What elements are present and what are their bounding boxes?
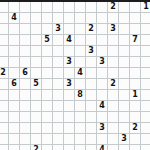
grid-cell[interactable] [129, 45, 140, 56]
grid-cell[interactable] [30, 100, 41, 111]
grid-cell[interactable] [63, 89, 74, 100]
grid-cell[interactable] [140, 78, 150, 89]
grid-cell[interactable] [118, 34, 129, 45]
grid-cell[interactable] [96, 45, 107, 56]
grid-cell[interactable] [74, 34, 85, 45]
grid-cell[interactable] [63, 1, 74, 12]
grid-cell[interactable] [0, 12, 8, 23]
clue-cell[interactable]: 2 [85, 23, 96, 34]
grid-cell[interactable] [30, 23, 41, 34]
grid-cell[interactable] [52, 122, 63, 133]
grid-cell[interactable] [74, 56, 85, 67]
grid-cell[interactable] [107, 100, 118, 111]
grid-cell[interactable] [52, 78, 63, 89]
grid-cell[interactable] [63, 12, 74, 23]
grid-cell[interactable] [41, 122, 52, 133]
grid-cell[interactable] [8, 100, 19, 111]
grid-cell[interactable] [140, 111, 150, 122]
grid-cell[interactable] [85, 56, 96, 67]
grid-cell[interactable] [118, 12, 129, 23]
grid-cell[interactable] [129, 12, 140, 23]
grid-cell[interactable] [41, 45, 52, 56]
grid-cell[interactable] [74, 12, 85, 23]
grid-cell[interactable] [96, 1, 107, 12]
grid-cell[interactable] [74, 111, 85, 122]
grid-cell[interactable] [8, 133, 19, 144]
clue-cell[interactable]: 1 [129, 89, 140, 100]
clue-cell[interactable]: 2 [107, 1, 118, 12]
grid-cell[interactable] [96, 67, 107, 78]
grid-cell[interactable] [0, 56, 8, 67]
clue-cell[interactable]: 6 [19, 67, 30, 78]
grid-cell[interactable] [129, 111, 140, 122]
grid-cell[interactable] [74, 100, 85, 111]
grid-cell[interactable] [118, 144, 129, 150]
grid-cell[interactable] [140, 67, 150, 78]
grid-cell[interactable] [85, 78, 96, 89]
grid-cell[interactable] [41, 67, 52, 78]
clue-cell[interactable]: 4 [63, 34, 74, 45]
grid-cell[interactable] [8, 1, 19, 12]
grid-cell[interactable] [129, 144, 140, 150]
grid-cell[interactable] [129, 23, 140, 34]
grid-cell[interactable] [118, 89, 129, 100]
grid-cell[interactable] [96, 89, 107, 100]
grid-cell[interactable] [118, 56, 129, 67]
grid-cell[interactable] [140, 144, 150, 150]
grid-cell[interactable] [96, 23, 107, 34]
grid-cell[interactable] [85, 12, 96, 23]
clue-cell[interactable]: 5 [30, 78, 41, 89]
grid-cell[interactable] [107, 67, 118, 78]
grid-cell[interactable] [41, 78, 52, 89]
board-top-border [0, 0, 150, 2]
grid-cell[interactable] [30, 56, 41, 67]
clue-cell[interactable]: 4 [74, 67, 85, 78]
grid-cell[interactable] [85, 122, 96, 133]
grid-cell[interactable] [41, 1, 52, 12]
grid-cell[interactable] [107, 89, 118, 100]
grid-cell[interactable] [140, 34, 150, 45]
grid-cell[interactable] [30, 133, 41, 144]
grid-cell[interactable] [52, 45, 63, 56]
grid-cell[interactable] [8, 111, 19, 122]
clue-cell[interactable]: 3 [85, 45, 96, 56]
grid-cell[interactable] [8, 23, 19, 34]
clue-cell[interactable]: 4 [96, 144, 107, 150]
grid-cell[interactable] [107, 12, 118, 23]
grid-cell[interactable] [140, 12, 150, 23]
grid-cell[interactable] [19, 1, 30, 12]
grid-cell[interactable] [118, 23, 129, 34]
grid-cell[interactable] [52, 34, 63, 45]
grid-cell[interactable] [52, 67, 63, 78]
grid-cell[interactable] [129, 56, 140, 67]
grid-cell[interactable] [0, 45, 8, 56]
clue-cell[interactable]: 4 [8, 12, 19, 23]
clue-cell[interactable]: 4 [96, 100, 107, 111]
grid-cell[interactable] [129, 100, 140, 111]
grid-cell[interactable] [30, 45, 41, 56]
grid-cell[interactable] [8, 56, 19, 67]
grid-cell[interactable] [63, 67, 74, 78]
grid-cell[interactable] [107, 144, 118, 150]
grid-cell[interactable] [52, 12, 63, 23]
grid-cell[interactable] [19, 144, 30, 150]
grid-cell[interactable] [85, 1, 96, 12]
clue-cell[interactable]: 1 [140, 1, 150, 12]
grid-cell[interactable] [30, 122, 41, 133]
clue-cell[interactable]: 2 [107, 78, 118, 89]
grid-cell[interactable] [19, 78, 30, 89]
grid-cell[interactable] [8, 144, 19, 150]
grid-cell[interactable] [63, 144, 74, 150]
grid-cell[interactable] [41, 23, 52, 34]
grid-cell[interactable] [0, 89, 8, 100]
clue-cell[interactable]: 3 [118, 133, 129, 144]
grid-cell[interactable] [140, 133, 150, 144]
grid-cell[interactable] [129, 1, 140, 12]
grid-cell[interactable] [0, 100, 8, 111]
grid-cell[interactable] [30, 111, 41, 122]
grid-cell[interactable] [19, 56, 30, 67]
grid-cell[interactable] [96, 34, 107, 45]
grid-cell[interactable] [0, 34, 8, 45]
grid-cell[interactable] [74, 122, 85, 133]
grid-cell[interactable] [19, 122, 30, 133]
grid-cell[interactable] [140, 56, 150, 67]
grid-cell[interactable] [0, 78, 8, 89]
grid-cell[interactable] [41, 133, 52, 144]
grid-cell[interactable] [140, 89, 150, 100]
grid-cell[interactable] [0, 1, 8, 12]
grid-cell[interactable] [107, 45, 118, 56]
grid-cell[interactable] [96, 133, 107, 144]
grid-cell[interactable] [74, 23, 85, 34]
grid-cell[interactable] [41, 12, 52, 23]
grid-cell[interactable] [118, 100, 129, 111]
grid-cell[interactable] [30, 67, 41, 78]
grid-cell[interactable] [107, 34, 118, 45]
grid-cell[interactable] [52, 56, 63, 67]
grid-cell[interactable] [74, 144, 85, 150]
grid-cell[interactable] [63, 23, 74, 34]
grid-cell[interactable] [19, 133, 30, 144]
clue-cell[interactable]: 8 [74, 89, 85, 100]
clue-cell[interactable]: 3 [107, 23, 118, 34]
grid-cell[interactable] [19, 23, 30, 34]
grid-cell[interactable] [118, 78, 129, 89]
grid-cell[interactable] [30, 34, 41, 45]
clue-cell[interactable]: 2 [30, 144, 41, 150]
grid-cell[interactable] [30, 12, 41, 23]
grid-cell[interactable] [96, 78, 107, 89]
clue-cell[interactable]: 2 [0, 67, 8, 78]
grid-cell[interactable] [0, 144, 8, 150]
grid-cell[interactable] [19, 12, 30, 23]
grid-cell[interactable] [8, 34, 19, 45]
grid-cell[interactable] [118, 67, 129, 78]
grid-cell[interactable] [63, 100, 74, 111]
grid-cell[interactable] [85, 100, 96, 111]
grid-cell[interactable] [19, 89, 30, 100]
clue-cell[interactable]: 5 [41, 34, 52, 45]
grid-cell[interactable] [41, 89, 52, 100]
grid-cell[interactable] [96, 12, 107, 23]
grid-cell[interactable] [118, 111, 129, 122]
grid-cell[interactable] [0, 122, 8, 133]
clue-cell[interactable]: 3 [52, 23, 63, 34]
grid-cell[interactable] [140, 23, 150, 34]
grid-cell[interactable] [8, 45, 19, 56]
grid-cell[interactable] [0, 133, 8, 144]
grid-cell[interactable] [19, 111, 30, 122]
grid-cell[interactable] [41, 100, 52, 111]
grid-cell[interactable] [52, 144, 63, 150]
grid-cell[interactable] [41, 144, 52, 150]
grid-cell[interactable] [8, 67, 19, 78]
grid-cell[interactable] [0, 111, 8, 122]
grid-cell[interactable] [19, 45, 30, 56]
grid-cell[interactable] [118, 122, 129, 133]
grid-cell[interactable] [63, 111, 74, 122]
grid-cell[interactable] [129, 133, 140, 144]
grid-cell[interactable] [85, 89, 96, 100]
clue-cell[interactable]: 3 [63, 56, 74, 67]
grid-cell[interactable] [140, 45, 150, 56]
clue-cell[interactable]: 3 [96, 122, 107, 133]
grid-cell[interactable] [0, 23, 8, 34]
grid-cell[interactable] [140, 122, 150, 133]
grid-cell[interactable] [41, 111, 52, 122]
clue-cell[interactable]: 7 [129, 34, 140, 45]
grid-cell[interactable] [107, 56, 118, 67]
grid-cell[interactable] [30, 1, 41, 12]
grid-cell[interactable] [74, 45, 85, 56]
grid-cell[interactable] [96, 111, 107, 122]
grid-cell[interactable] [118, 1, 129, 12]
grid-cell[interactable] [107, 111, 118, 122]
puzzle-viewport: 214323547333264653281432324 [0, 0, 150, 150]
grid-cell[interactable] [85, 34, 96, 45]
grid-cell[interactable] [85, 133, 96, 144]
puzzle-board: 214323547333264653281432324 [0, 1, 150, 150]
grid-cell[interactable] [107, 122, 118, 133]
grid-cell[interactable] [85, 67, 96, 78]
clue-cell[interactable]: 6 [8, 78, 19, 89]
grid-cell[interactable] [129, 67, 140, 78]
grid-cell[interactable] [74, 1, 85, 12]
clue-cell[interactable]: 3 [63, 78, 74, 89]
grid-cell[interactable] [19, 100, 30, 111]
grid-cell[interactable] [19, 34, 30, 45]
grid-cell[interactable] [74, 78, 85, 89]
grid-cell[interactable] [85, 144, 96, 150]
grid-cell[interactable] [107, 133, 118, 144]
grid-cell[interactable] [52, 100, 63, 111]
grid-cell[interactable] [30, 89, 41, 100]
grid-cell[interactable] [140, 100, 150, 111]
grid-cell[interactable] [118, 45, 129, 56]
grid-cell[interactable] [129, 78, 140, 89]
clue-cell[interactable]: 2 [129, 122, 140, 133]
grid-cell[interactable] [74, 133, 85, 144]
grid-cell[interactable] [52, 111, 63, 122]
grid-cell[interactable] [52, 133, 63, 144]
grid-cell[interactable] [63, 133, 74, 144]
grid-cell[interactable] [52, 89, 63, 100]
grid-cell[interactable] [8, 122, 19, 133]
grid-cell[interactable] [63, 45, 74, 56]
grid-cell[interactable] [52, 1, 63, 12]
grid-cell[interactable] [63, 122, 74, 133]
grid-cell[interactable] [85, 111, 96, 122]
grid-cell[interactable] [41, 56, 52, 67]
clue-cell[interactable]: 3 [96, 56, 107, 67]
grid-cell[interactable] [8, 89, 19, 100]
